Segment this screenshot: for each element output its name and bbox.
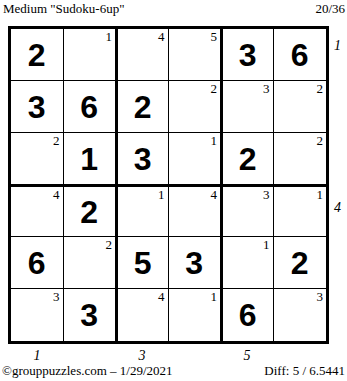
cell-r2c2[interactable]: 6	[64, 81, 117, 133]
col-label-1: 1	[27, 348, 47, 364]
copyright-text: ©grouppuzzles.com – 1/29/2021	[2, 363, 173, 379]
given-digit: 1	[80, 143, 98, 175]
cell-r6c4[interactable]: 1	[169, 289, 222, 341]
given-digit: 2	[80, 196, 98, 228]
cell-r1c1[interactable]: 2	[11, 29, 64, 81]
corner-mark: 4	[158, 30, 165, 44]
corner-mark: 5	[211, 30, 218, 44]
cell-r5c4[interactable]: 3	[169, 237, 222, 289]
cell-r1c6[interactable]: 6	[274, 29, 327, 81]
cell-r6c6[interactable]: 3	[274, 289, 327, 341]
given-digit: 3	[185, 247, 203, 279]
cell-r4c4[interactable]: 4	[169, 185, 222, 237]
corner-mark: 1	[211, 290, 218, 304]
difficulty-text: Diff: 5 / 6.5441	[264, 363, 345, 379]
cell-r4c5[interactable]: 3	[221, 185, 274, 237]
given-digit: 6	[80, 91, 98, 123]
cell-r6c5[interactable]: 6	[221, 289, 274, 341]
cell-r1c4[interactable]: 5	[169, 29, 222, 81]
cell-r3c2[interactable]: 1	[64, 133, 117, 185]
given-digit: 3	[239, 39, 257, 71]
cell-r2c4[interactable]: 2	[169, 81, 222, 133]
corner-mark: 2	[211, 82, 218, 96]
corner-mark: 1	[211, 134, 218, 148]
cell-r5c3[interactable]: 5	[116, 237, 169, 289]
corner-mark: 4	[211, 188, 218, 202]
given-digit: 2	[291, 247, 309, 279]
row-label-4: 4	[334, 200, 341, 216]
corner-mark: 4	[158, 290, 165, 304]
cell-r5c5[interactable]: 1	[221, 237, 274, 289]
givens-counter: 20/36	[315, 1, 345, 17]
cell-r4c3[interactable]: 1	[116, 185, 169, 237]
cell-r2c5[interactable]: 3	[221, 81, 274, 133]
corner-mark: 1	[263, 238, 270, 252]
puzzle-title: Medium "Sudoku-6up"	[3, 1, 124, 17]
corner-mark: 1	[158, 188, 165, 202]
cell-r4c6[interactable]: 1	[274, 185, 327, 237]
cell-r1c2[interactable]: 1	[64, 29, 117, 81]
corner-mark: 2	[317, 82, 324, 96]
cell-r3c4[interactable]: 1	[169, 133, 222, 185]
cell-r1c3[interactable]: 4	[116, 29, 169, 81]
corner-mark: 3	[263, 82, 270, 96]
col-label-3: 3	[132, 348, 152, 364]
col-label-5: 5	[237, 348, 257, 364]
corner-mark: 4	[53, 188, 60, 202]
cell-r3c6[interactable]: 2	[274, 133, 327, 185]
given-digit: 2	[239, 143, 257, 175]
corner-mark: 1	[106, 30, 113, 44]
cell-r1c5[interactable]: 3	[221, 29, 274, 81]
cell-r3c3[interactable]: 3	[116, 133, 169, 185]
cell-r6c2[interactable]: 3	[64, 289, 117, 341]
corner-mark: 3	[263, 188, 270, 202]
given-digit: 2	[134, 91, 152, 123]
corner-mark: 2	[53, 134, 60, 148]
corner-mark: 3	[317, 290, 324, 304]
cell-r2c6[interactable]: 2	[274, 81, 327, 133]
given-digit: 3	[80, 299, 98, 331]
corner-mark: 1	[317, 188, 324, 202]
cell-r4c2[interactable]: 2	[64, 185, 117, 237]
given-digit: 6	[28, 247, 46, 279]
cell-r3c5[interactable]: 2	[221, 133, 274, 185]
given-digit: 6	[239, 299, 257, 331]
cell-r6c3[interactable]: 4	[116, 289, 169, 341]
given-digit: 6	[291, 39, 309, 71]
corner-mark: 2	[106, 238, 113, 252]
sudoku-grid: 214536362232213122421431625312334163	[8, 26, 329, 344]
row-label-1: 1	[334, 38, 341, 54]
given-digit: 2	[28, 39, 46, 71]
cell-r2c1[interactable]: 3	[11, 81, 64, 133]
cell-r3c1[interactable]: 2	[11, 133, 64, 185]
cell-r5c1[interactable]: 6	[11, 237, 64, 289]
cell-r2c3[interactable]: 2	[116, 81, 169, 133]
corner-mark: 3	[53, 290, 60, 304]
given-digit: 5	[134, 247, 152, 279]
cell-r5c2[interactable]: 2	[64, 237, 117, 289]
cell-r5c6[interactable]: 2	[274, 237, 327, 289]
cell-r6c1[interactable]: 3	[11, 289, 64, 341]
cell-r4c1[interactable]: 4	[11, 185, 64, 237]
given-digit: 3	[28, 91, 46, 123]
given-digit: 3	[134, 143, 152, 175]
corner-mark: 2	[317, 134, 324, 148]
